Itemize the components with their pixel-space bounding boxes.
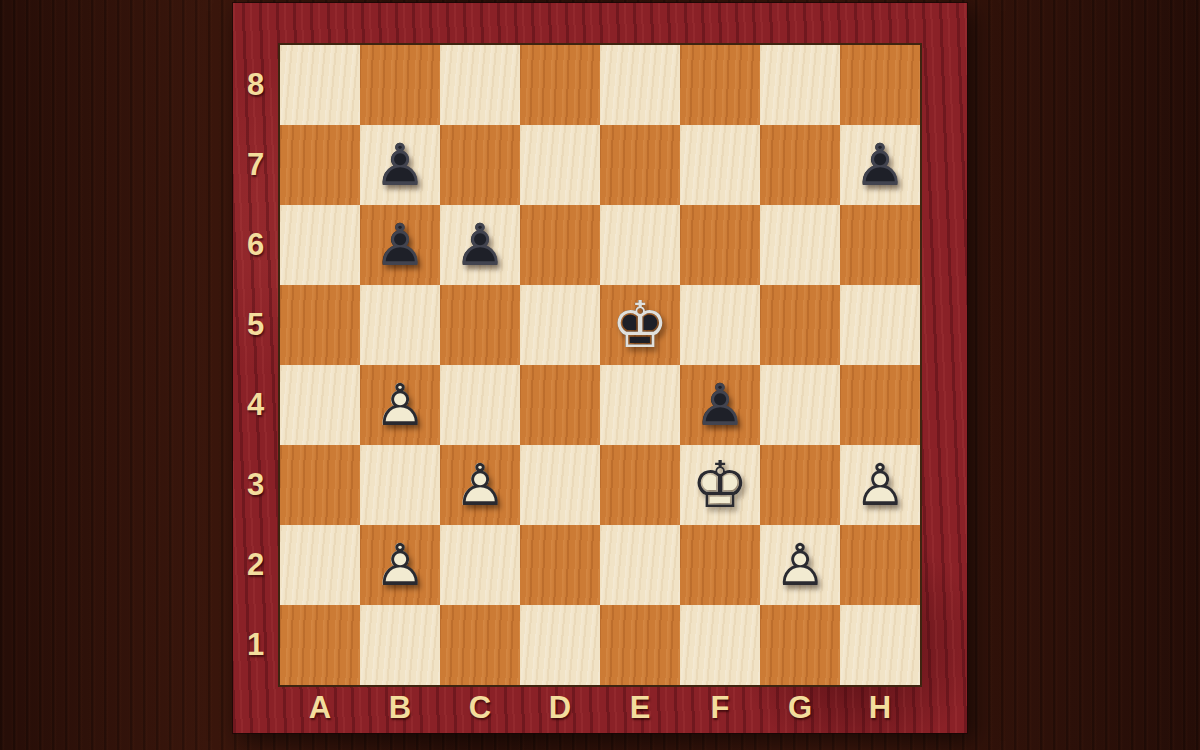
square-b1[interactable] xyxy=(360,605,440,685)
square-h2[interactable] xyxy=(840,525,920,605)
square-h4[interactable] xyxy=(840,365,920,445)
square-e1[interactable] xyxy=(600,605,680,685)
square-b3[interactable] xyxy=(360,445,440,525)
square-d8[interactable] xyxy=(520,45,600,125)
desktop-background: { "game": "chess", "position": { "fen": … xyxy=(0,0,1200,750)
square-e7[interactable] xyxy=(600,125,680,205)
rank-label-7: 7 xyxy=(247,147,264,183)
square-b4[interactable]: ♟♙ xyxy=(360,365,440,445)
square-h5[interactable] xyxy=(840,285,920,365)
square-b8[interactable] xyxy=(360,45,440,125)
square-f2[interactable] xyxy=(680,525,760,605)
square-g6[interactable] xyxy=(760,205,840,285)
file-label-A: A xyxy=(309,690,331,726)
square-c4[interactable] xyxy=(440,365,520,445)
square-a5[interactable] xyxy=(280,285,360,365)
square-a2[interactable] xyxy=(280,525,360,605)
square-d7[interactable] xyxy=(520,125,600,205)
white-pawn-piece[interactable]: ♟♙ xyxy=(440,445,520,525)
square-c5[interactable] xyxy=(440,285,520,365)
file-label-F: F xyxy=(711,690,730,726)
square-d5[interactable] xyxy=(520,285,600,365)
square-e8[interactable] xyxy=(600,45,680,125)
square-h1[interactable] xyxy=(840,605,920,685)
black-pawn-piece[interactable]: ♟♙ xyxy=(360,205,440,285)
black-king-piece[interactable]: ♚♔ xyxy=(600,285,680,365)
rank-label-2: 2 xyxy=(247,547,264,583)
white-pawn-piece[interactable]: ♟♙ xyxy=(760,525,840,605)
file-label-B: B xyxy=(389,690,411,726)
white-pawn-piece[interactable]: ♟♙ xyxy=(360,525,440,605)
square-e5[interactable]: ♚♔ xyxy=(600,285,680,365)
square-b7[interactable]: ♟♙ xyxy=(360,125,440,205)
square-d2[interactable] xyxy=(520,525,600,605)
square-c1[interactable] xyxy=(440,605,520,685)
square-c7[interactable] xyxy=(440,125,520,205)
square-d4[interactable] xyxy=(520,365,600,445)
square-f7[interactable] xyxy=(680,125,760,205)
square-a6[interactable] xyxy=(280,205,360,285)
square-a8[interactable] xyxy=(280,45,360,125)
square-e2[interactable] xyxy=(600,525,680,605)
chessboard[interactable]: ♟♙♟♙♟♙♟♙♚♔♟♙♟♙♟♙♚♔♟♙♟♙♟♙ xyxy=(278,43,922,687)
rank-label-5: 5 xyxy=(247,307,264,343)
square-g7[interactable] xyxy=(760,125,840,205)
square-h6[interactable] xyxy=(840,205,920,285)
square-c6[interactable]: ♟♙ xyxy=(440,205,520,285)
square-g1[interactable] xyxy=(760,605,840,685)
square-f3[interactable]: ♚♔ xyxy=(680,445,760,525)
square-c3[interactable]: ♟♙ xyxy=(440,445,520,525)
rank-label-6: 6 xyxy=(247,227,264,263)
rank-label-4: 4 xyxy=(247,387,264,423)
square-h3[interactable]: ♟♙ xyxy=(840,445,920,525)
square-h7[interactable]: ♟♙ xyxy=(840,125,920,205)
square-c2[interactable] xyxy=(440,525,520,605)
file-label-H: H xyxy=(869,690,891,726)
square-e4[interactable] xyxy=(600,365,680,445)
file-label-G: G xyxy=(788,690,812,726)
square-b2[interactable]: ♟♙ xyxy=(360,525,440,605)
rank-labels-column: 87654321 xyxy=(233,45,278,685)
square-b6[interactable]: ♟♙ xyxy=(360,205,440,285)
white-king-piece[interactable]: ♚♔ xyxy=(680,445,760,525)
square-c8[interactable] xyxy=(440,45,520,125)
square-a7[interactable] xyxy=(280,125,360,205)
square-g2[interactable]: ♟♙ xyxy=(760,525,840,605)
rank-label-3: 3 xyxy=(247,467,264,503)
rank-label-8: 8 xyxy=(247,67,264,103)
square-g4[interactable] xyxy=(760,365,840,445)
square-d3[interactable] xyxy=(520,445,600,525)
square-a3[interactable] xyxy=(280,445,360,525)
square-e6[interactable] xyxy=(600,205,680,285)
square-d1[interactable] xyxy=(520,605,600,685)
black-pawn-piece[interactable]: ♟♙ xyxy=(840,125,920,205)
square-f6[interactable] xyxy=(680,205,760,285)
white-pawn-piece[interactable]: ♟♙ xyxy=(360,365,440,445)
square-f4[interactable]: ♟♙ xyxy=(680,365,760,445)
square-g5[interactable] xyxy=(760,285,840,365)
file-label-E: E xyxy=(630,690,651,726)
rank-label-1: 1 xyxy=(247,627,264,663)
square-a1[interactable] xyxy=(280,605,360,685)
square-f1[interactable] xyxy=(680,605,760,685)
square-g3[interactable] xyxy=(760,445,840,525)
square-e3[interactable] xyxy=(600,445,680,525)
square-b5[interactable] xyxy=(360,285,440,365)
white-pawn-piece[interactable]: ♟♙ xyxy=(840,445,920,525)
chessboard-frame: ♟♙♟♙♟♙♟♙♚♔♟♙♟♙♟♙♚♔♟♙♟♙♟♙ xyxy=(233,3,967,733)
black-pawn-piece[interactable]: ♟♙ xyxy=(440,205,520,285)
black-pawn-piece[interactable]: ♟♙ xyxy=(360,125,440,205)
file-label-D: D xyxy=(549,690,571,726)
black-pawn-piece[interactable]: ♟♙ xyxy=(680,365,760,445)
square-a4[interactable] xyxy=(280,365,360,445)
square-f8[interactable] xyxy=(680,45,760,125)
square-g8[interactable] xyxy=(760,45,840,125)
square-f5[interactable] xyxy=(680,285,760,365)
file-labels-row: ABCDEFGH xyxy=(280,685,920,730)
square-d6[interactable] xyxy=(520,205,600,285)
file-label-C: C xyxy=(469,690,491,726)
square-h8[interactable] xyxy=(840,45,920,125)
